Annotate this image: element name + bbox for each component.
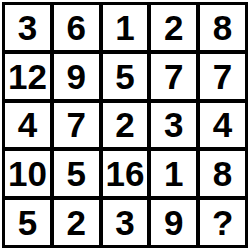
cell-r1c4: 2 (151, 5, 196, 50)
cell-r3c3: 2 (103, 103, 148, 148)
cell-r4c4: 1 (151, 151, 196, 196)
cell-r1c1: 3 (5, 5, 50, 50)
cell-r3c4: 3 (151, 103, 196, 148)
cell-r2c5: 7 (200, 54, 245, 99)
cell-r4c3: 16 (103, 151, 148, 196)
cell-r5c4: 9 (151, 200, 196, 245)
cell-r3c1: 4 (5, 103, 50, 148)
cell-r5c2: 2 (54, 200, 99, 245)
puzzle-board: 361281295774723410516185239? (2, 2, 248, 248)
cell-r4c1: 10 (5, 151, 50, 196)
cell-r4c5: 8 (200, 151, 245, 196)
puzzle-page: 361281295774723410516185239? (0, 0, 250, 250)
cell-r2c4: 7 (151, 54, 196, 99)
cell-r3c2: 7 (54, 103, 99, 148)
cell-r2c1: 12 (5, 54, 50, 99)
cell-r2c2: 9 (54, 54, 99, 99)
cell-r3c5: 4 (200, 103, 245, 148)
cell-r2c3: 5 (103, 54, 148, 99)
cell-r1c3: 1 (103, 5, 148, 50)
cell-r1c2: 6 (54, 5, 99, 50)
cell-r5c3: 3 (103, 200, 148, 245)
cell-r5c1: 5 (5, 200, 50, 245)
cell-r4c2: 5 (54, 151, 99, 196)
cell-unknown: ? (200, 200, 245, 245)
cell-r1c5: 8 (200, 5, 245, 50)
